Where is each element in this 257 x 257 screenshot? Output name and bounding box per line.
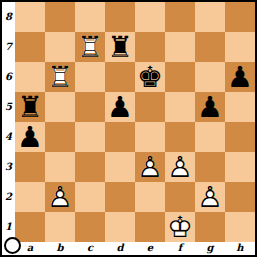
- square-g3[interactable]: [195, 152, 225, 182]
- square-d6[interactable]: [105, 62, 135, 92]
- square-b2[interactable]: ♟♙: [45, 182, 75, 212]
- square-b1[interactable]: [45, 212, 75, 242]
- rank-label-5: 5: [2, 92, 15, 122]
- square-g6[interactable]: [195, 62, 225, 92]
- square-f7[interactable]: [165, 32, 195, 62]
- piece-black-rook-d7[interactable]: ♜: [105, 32, 135, 62]
- piece-white-pawn-b2-fill: ♟: [45, 182, 75, 212]
- square-c4[interactable]: [75, 122, 105, 152]
- square-e3[interactable]: ♟♙: [135, 152, 165, 182]
- piece-white-pawn-f3[interactable]: ♙: [165, 152, 195, 182]
- square-h5[interactable]: [225, 92, 255, 122]
- piece-black-pawn-g5[interactable]: ♟: [195, 92, 225, 122]
- piece-white-rook-c7[interactable]: ♖: [75, 32, 105, 62]
- square-e1[interactable]: [135, 212, 165, 242]
- square-a6[interactable]: [15, 62, 45, 92]
- square-g1[interactable]: [195, 212, 225, 242]
- piece-white-pawn-b2[interactable]: ♙: [45, 182, 75, 212]
- square-a5[interactable]: ♜: [15, 92, 45, 122]
- square-a2[interactable]: [15, 182, 45, 212]
- rank-label-3: 3: [2, 152, 15, 182]
- square-g5[interactable]: ♟: [195, 92, 225, 122]
- piece-black-pawn-h6[interactable]: ♟: [225, 62, 255, 92]
- square-a4[interactable]: ♟: [15, 122, 45, 152]
- square-b7[interactable]: [45, 32, 75, 62]
- chess-board: ♜♖♜♜♖♚♟♜♟♟♟♟♙♟♙♟♙♟♙♚♔: [15, 2, 255, 242]
- square-f3[interactable]: ♟♙: [165, 152, 195, 182]
- file-label-b: b: [45, 242, 75, 255]
- piece-black-rook-a5[interactable]: ♜: [15, 92, 45, 122]
- rank-label-2: 2: [2, 182, 15, 212]
- piece-white-pawn-e3[interactable]: ♙: [135, 152, 165, 182]
- square-g4[interactable]: [195, 122, 225, 152]
- square-d8[interactable]: [105, 2, 135, 32]
- square-e4[interactable]: [135, 122, 165, 152]
- square-e2[interactable]: [135, 182, 165, 212]
- piece-white-pawn-g2-fill: ♟: [195, 182, 225, 212]
- piece-white-king-f1-fill: ♚: [165, 212, 195, 242]
- piece-white-pawn-f3-fill: ♟: [165, 152, 195, 182]
- square-c5[interactable]: [75, 92, 105, 122]
- square-e5[interactable]: [135, 92, 165, 122]
- square-h4[interactable]: [225, 122, 255, 152]
- square-f4[interactable]: [165, 122, 195, 152]
- square-e6[interactable]: ♚: [135, 62, 165, 92]
- file-label-e: e: [135, 242, 165, 255]
- square-g7[interactable]: [195, 32, 225, 62]
- square-f8[interactable]: [165, 2, 195, 32]
- square-f2[interactable]: [165, 182, 195, 212]
- square-b3[interactable]: [45, 152, 75, 182]
- piece-white-rook-c7-fill: ♜: [75, 32, 105, 62]
- square-d7[interactable]: ♜: [105, 32, 135, 62]
- file-label-d: d: [105, 242, 135, 255]
- square-f1[interactable]: ♚♔: [165, 212, 195, 242]
- square-c8[interactable]: [75, 2, 105, 32]
- square-a7[interactable]: [15, 32, 45, 62]
- square-b5[interactable]: [45, 92, 75, 122]
- square-h3[interactable]: [225, 152, 255, 182]
- square-h8[interactable]: [225, 2, 255, 32]
- square-c3[interactable]: [75, 152, 105, 182]
- piece-black-pawn-d5[interactable]: ♟: [105, 92, 135, 122]
- square-e7[interactable]: [135, 32, 165, 62]
- chess-diagram: ♜♖♜♜♖♚♟♜♟♟♟♟♙♟♙♟♙♟♙♚♔ 87654321 abcdefgh: [0, 0, 257, 257]
- square-c6[interactable]: [75, 62, 105, 92]
- square-h1[interactable]: [225, 212, 255, 242]
- square-e8[interactable]: [135, 2, 165, 32]
- square-d4[interactable]: [105, 122, 135, 152]
- square-d1[interactable]: [105, 212, 135, 242]
- white-to-move-indicator: [4, 237, 21, 254]
- square-d3[interactable]: [105, 152, 135, 182]
- rank-label-7: 7: [2, 32, 15, 62]
- rank-label-8: 8: [2, 2, 15, 32]
- piece-white-king-f1[interactable]: ♔: [165, 212, 195, 242]
- file-label-h: h: [225, 242, 255, 255]
- square-c1[interactable]: [75, 212, 105, 242]
- square-d2[interactable]: [105, 182, 135, 212]
- square-g8[interactable]: [195, 2, 225, 32]
- square-f6[interactable]: [165, 62, 195, 92]
- file-label-f: f: [165, 242, 195, 255]
- square-b8[interactable]: [45, 2, 75, 32]
- square-d5[interactable]: ♟: [105, 92, 135, 122]
- piece-white-pawn-e3-fill: ♟: [135, 152, 165, 182]
- square-c2[interactable]: [75, 182, 105, 212]
- square-a8[interactable]: [15, 2, 45, 32]
- square-h7[interactable]: [225, 32, 255, 62]
- square-f5[interactable]: [165, 92, 195, 122]
- square-h6[interactable]: ♟: [225, 62, 255, 92]
- square-h2[interactable]: [225, 182, 255, 212]
- square-g2[interactable]: ♟♙: [195, 182, 225, 212]
- file-label-c: c: [75, 242, 105, 255]
- square-a1[interactable]: [15, 212, 45, 242]
- square-c7[interactable]: ♜♖: [75, 32, 105, 62]
- piece-white-pawn-g2[interactable]: ♙: [195, 182, 225, 212]
- rank-label-6: 6: [2, 62, 15, 92]
- piece-white-rook-b6-fill: ♜: [45, 62, 75, 92]
- file-label-g: g: [195, 242, 225, 255]
- piece-black-king-e6[interactable]: ♚: [135, 62, 165, 92]
- piece-white-rook-b6[interactable]: ♖: [45, 62, 75, 92]
- square-b4[interactable]: [45, 122, 75, 152]
- square-a3[interactable]: [15, 152, 45, 182]
- square-b6[interactable]: ♜♖: [45, 62, 75, 92]
- rank-label-4: 4: [2, 122, 15, 152]
- piece-black-pawn-a4[interactable]: ♟: [15, 122, 45, 152]
